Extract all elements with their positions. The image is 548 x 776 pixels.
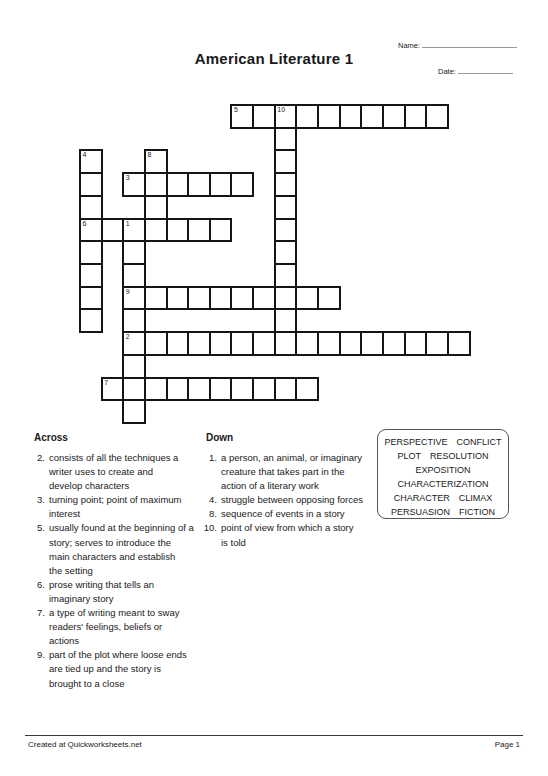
word-bank: PERSPECTIVECONFLICTPLOTRESOLUTIONEXPOSIT… — [377, 429, 509, 519]
grid-cell — [275, 128, 297, 151]
grid-cell — [231, 173, 253, 196]
cell-clue-number: 1 — [126, 220, 130, 228]
grid-cell — [188, 173, 210, 196]
name-field: Name: — [398, 38, 517, 50]
cell-clue-number: 4 — [83, 151, 87, 159]
grid-cell: 10 — [275, 105, 297, 128]
cell-clue-number: 3 — [126, 174, 130, 182]
grid-cell — [275, 196, 297, 219]
grid-cell — [426, 332, 448, 355]
grid-cell — [340, 105, 362, 128]
grid-cell — [80, 287, 102, 310]
grid-cell — [275, 241, 297, 264]
grid-cell — [296, 332, 318, 355]
grid-cell — [145, 287, 167, 310]
page-number: Page 1 — [495, 740, 520, 749]
cell-clue-number: 2 — [126, 333, 130, 341]
grid-cell — [80, 309, 102, 332]
clue-item: 7.a type of writing meant to swayreaders… — [30, 606, 200, 648]
grid-cell — [231, 287, 253, 310]
clue-text: a type of writing meant to swayreaders' … — [49, 606, 179, 648]
grid-cell — [426, 105, 448, 128]
clue-item: 2.consists of all the techniques awriter… — [30, 451, 200, 493]
grid-cell: 6 — [80, 219, 102, 242]
word-bank-line: PLOTRESOLUTION — [378, 449, 508, 463]
grid-cell — [188, 287, 210, 310]
grid-cell: 3 — [123, 173, 145, 196]
footer-divider — [25, 735, 523, 736]
grid-cell — [275, 173, 297, 196]
clue-number: 5. — [30, 521, 49, 577]
clue-item: 10.point of view from which a storyis to… — [202, 521, 380, 549]
word-bank-word: RESOLUTION — [430, 451, 489, 461]
word-bank-line: EXPOSITION — [378, 463, 508, 477]
cell-clue-number: 10 — [277, 106, 285, 114]
grid-cell: 7 — [102, 378, 124, 401]
grid-cell — [123, 400, 145, 423]
clue-item: 8.sequence of events in a story — [202, 507, 380, 521]
word-bank-word: EXPOSITION — [415, 465, 470, 475]
clue-text: point of view from which a storyis told — [221, 521, 354, 549]
grid-cell — [210, 378, 232, 401]
date-blank-line — [458, 64, 513, 74]
grid-cell — [405, 332, 427, 355]
word-bank-word: CHARACTERIZATION — [398, 479, 489, 489]
clue-number: 6. — [30, 578, 49, 606]
grid-cell — [296, 105, 318, 128]
word-bank-word: FICTION — [459, 507, 495, 517]
grid-cell: 9 — [123, 287, 145, 310]
grid-cell — [80, 173, 102, 196]
clue-number: 4. — [202, 493, 221, 507]
crossword-grid: 51048361927 — [80, 105, 470, 423]
grid-cell — [448, 332, 470, 355]
word-bank-word: CLIMAX — [459, 493, 493, 503]
across-header: Across — [34, 432, 200, 444]
grid-cell: 1 — [123, 219, 145, 242]
clue-number: 10. — [202, 521, 221, 549]
grid-cell — [123, 378, 145, 401]
grid-cell — [296, 378, 318, 401]
clue-number: 8. — [202, 507, 221, 521]
grid-cell — [253, 287, 275, 310]
clue-item: 9.part of the plot where loose endsare t… — [30, 648, 200, 690]
grid-cell — [231, 378, 253, 401]
cell-clue-number: 6 — [83, 220, 87, 228]
grid-cell — [123, 309, 145, 332]
grid-cell — [123, 355, 145, 378]
clue-number: 3. — [30, 493, 49, 521]
grid-cell — [188, 378, 210, 401]
clue-text: sequence of events in a story — [221, 507, 345, 521]
grid-cell — [188, 332, 210, 355]
grid-cell — [383, 105, 405, 128]
date-field: Date: — [438, 64, 513, 76]
grid-cell: 8 — [145, 150, 167, 173]
grid-cell — [318, 105, 340, 128]
grid-cell — [167, 219, 189, 242]
grid-cell: 4 — [80, 150, 102, 173]
grid-cell — [275, 332, 297, 355]
clue-item: 6.prose writing that tells animaginary s… — [30, 578, 200, 606]
grid-cell — [210, 219, 232, 242]
grid-cell — [318, 287, 340, 310]
across-clues-section: Across 2.consists of all the techniques … — [30, 432, 200, 691]
clue-number: 7. — [30, 606, 49, 648]
clue-item: 1.a person, an animal, or imaginarycreat… — [202, 451, 380, 493]
grid-cell: 5 — [231, 105, 253, 128]
footer-credit: Created at Quickworksheets.net — [28, 740, 142, 749]
grid-cell — [210, 173, 232, 196]
clue-text: part of the plot where loose endsare tie… — [49, 648, 187, 690]
grid-cell — [275, 287, 297, 310]
grid-cell — [80, 196, 102, 219]
date-label: Date: — [438, 67, 456, 76]
grid-cell — [383, 332, 405, 355]
clue-number: 1. — [202, 451, 221, 493]
clue-text: usually found at the beginning of astory… — [49, 521, 194, 577]
word-bank-line: CHARACTERCLIMAX — [378, 491, 508, 505]
word-bank-word: PERSPECTIVE — [384, 437, 447, 447]
name-label: Name: — [398, 41, 420, 50]
grid-cell — [253, 105, 275, 128]
grid-cell — [340, 332, 362, 355]
grid-cell — [405, 105, 427, 128]
clue-text: struggle between opposing forces — [221, 493, 363, 507]
clue-number: 9. — [30, 648, 49, 690]
grid-cell — [167, 332, 189, 355]
across-clue-list: 2.consists of all the techniques awriter… — [30, 451, 200, 691]
word-bank-word: PLOT — [397, 451, 421, 461]
grid-cell — [123, 241, 145, 264]
grid-cell — [123, 264, 145, 287]
grid-cell — [296, 287, 318, 310]
clue-text: prose writing that tells animaginary sto… — [49, 578, 154, 606]
grid-cell — [210, 287, 232, 310]
grid-cell — [210, 332, 232, 355]
grid-cell: 2 — [123, 332, 145, 355]
name-blank-line — [422, 38, 517, 48]
grid-cell — [361, 332, 383, 355]
grid-cell — [318, 332, 340, 355]
grid-cell — [167, 173, 189, 196]
grid-cell — [231, 332, 253, 355]
grid-cell — [145, 219, 167, 242]
cell-clue-number: 7 — [104, 379, 108, 387]
down-header: Down — [206, 432, 380, 444]
down-clues-section: Down 1.a person, an animal, or imaginary… — [202, 432, 380, 550]
clue-item: 4.struggle between opposing forces — [202, 493, 380, 507]
grid-cell — [275, 219, 297, 242]
clue-item: 3.turning point; point of maximuminteres… — [30, 493, 200, 521]
grid-cell — [275, 150, 297, 173]
cell-clue-number: 8 — [147, 151, 151, 159]
grid-cell — [361, 105, 383, 128]
grid-cell — [80, 241, 102, 264]
cell-clue-number: 5 — [234, 106, 238, 114]
grid-cell — [188, 219, 210, 242]
clue-item: 5.usually found at the beginning of asto… — [30, 521, 200, 577]
word-bank-word: PERSUASION — [391, 507, 450, 517]
grid-cell — [145, 173, 167, 196]
grid-cell — [167, 287, 189, 310]
grid-cell — [275, 264, 297, 287]
grid-cell — [253, 378, 275, 401]
word-bank-line: CHARACTERIZATION — [378, 477, 508, 491]
grid-cell — [145, 196, 167, 219]
clue-text: turning point; point of maximuminterest — [49, 493, 182, 521]
grid-cell — [80, 264, 102, 287]
grid-cell — [253, 332, 275, 355]
clue-text: consists of all the techniques awriter u… — [49, 451, 178, 493]
grid-cell — [167, 378, 189, 401]
grid-cell — [275, 309, 297, 332]
grid-cell — [145, 332, 167, 355]
word-bank-line: PERSUASIONFICTION — [378, 505, 508, 519]
word-bank-line: PERSPECTIVECONFLICT — [378, 435, 508, 449]
down-clue-list: 1.a person, an animal, or imaginarycreat… — [202, 451, 380, 550]
clue-text: a person, an animal, or imaginarycreatur… — [221, 451, 362, 493]
grid-cell — [145, 378, 167, 401]
worksheet-page: Name: American Literature 1 Date: 510483… — [0, 0, 548, 776]
grid-cell — [275, 378, 297, 401]
word-bank-word: CONFLICT — [457, 437, 502, 447]
cell-clue-number: 9 — [126, 288, 130, 296]
clue-number: 2. — [30, 451, 49, 493]
word-bank-word: CHARACTER — [394, 493, 450, 503]
grid-cell — [102, 219, 124, 242]
